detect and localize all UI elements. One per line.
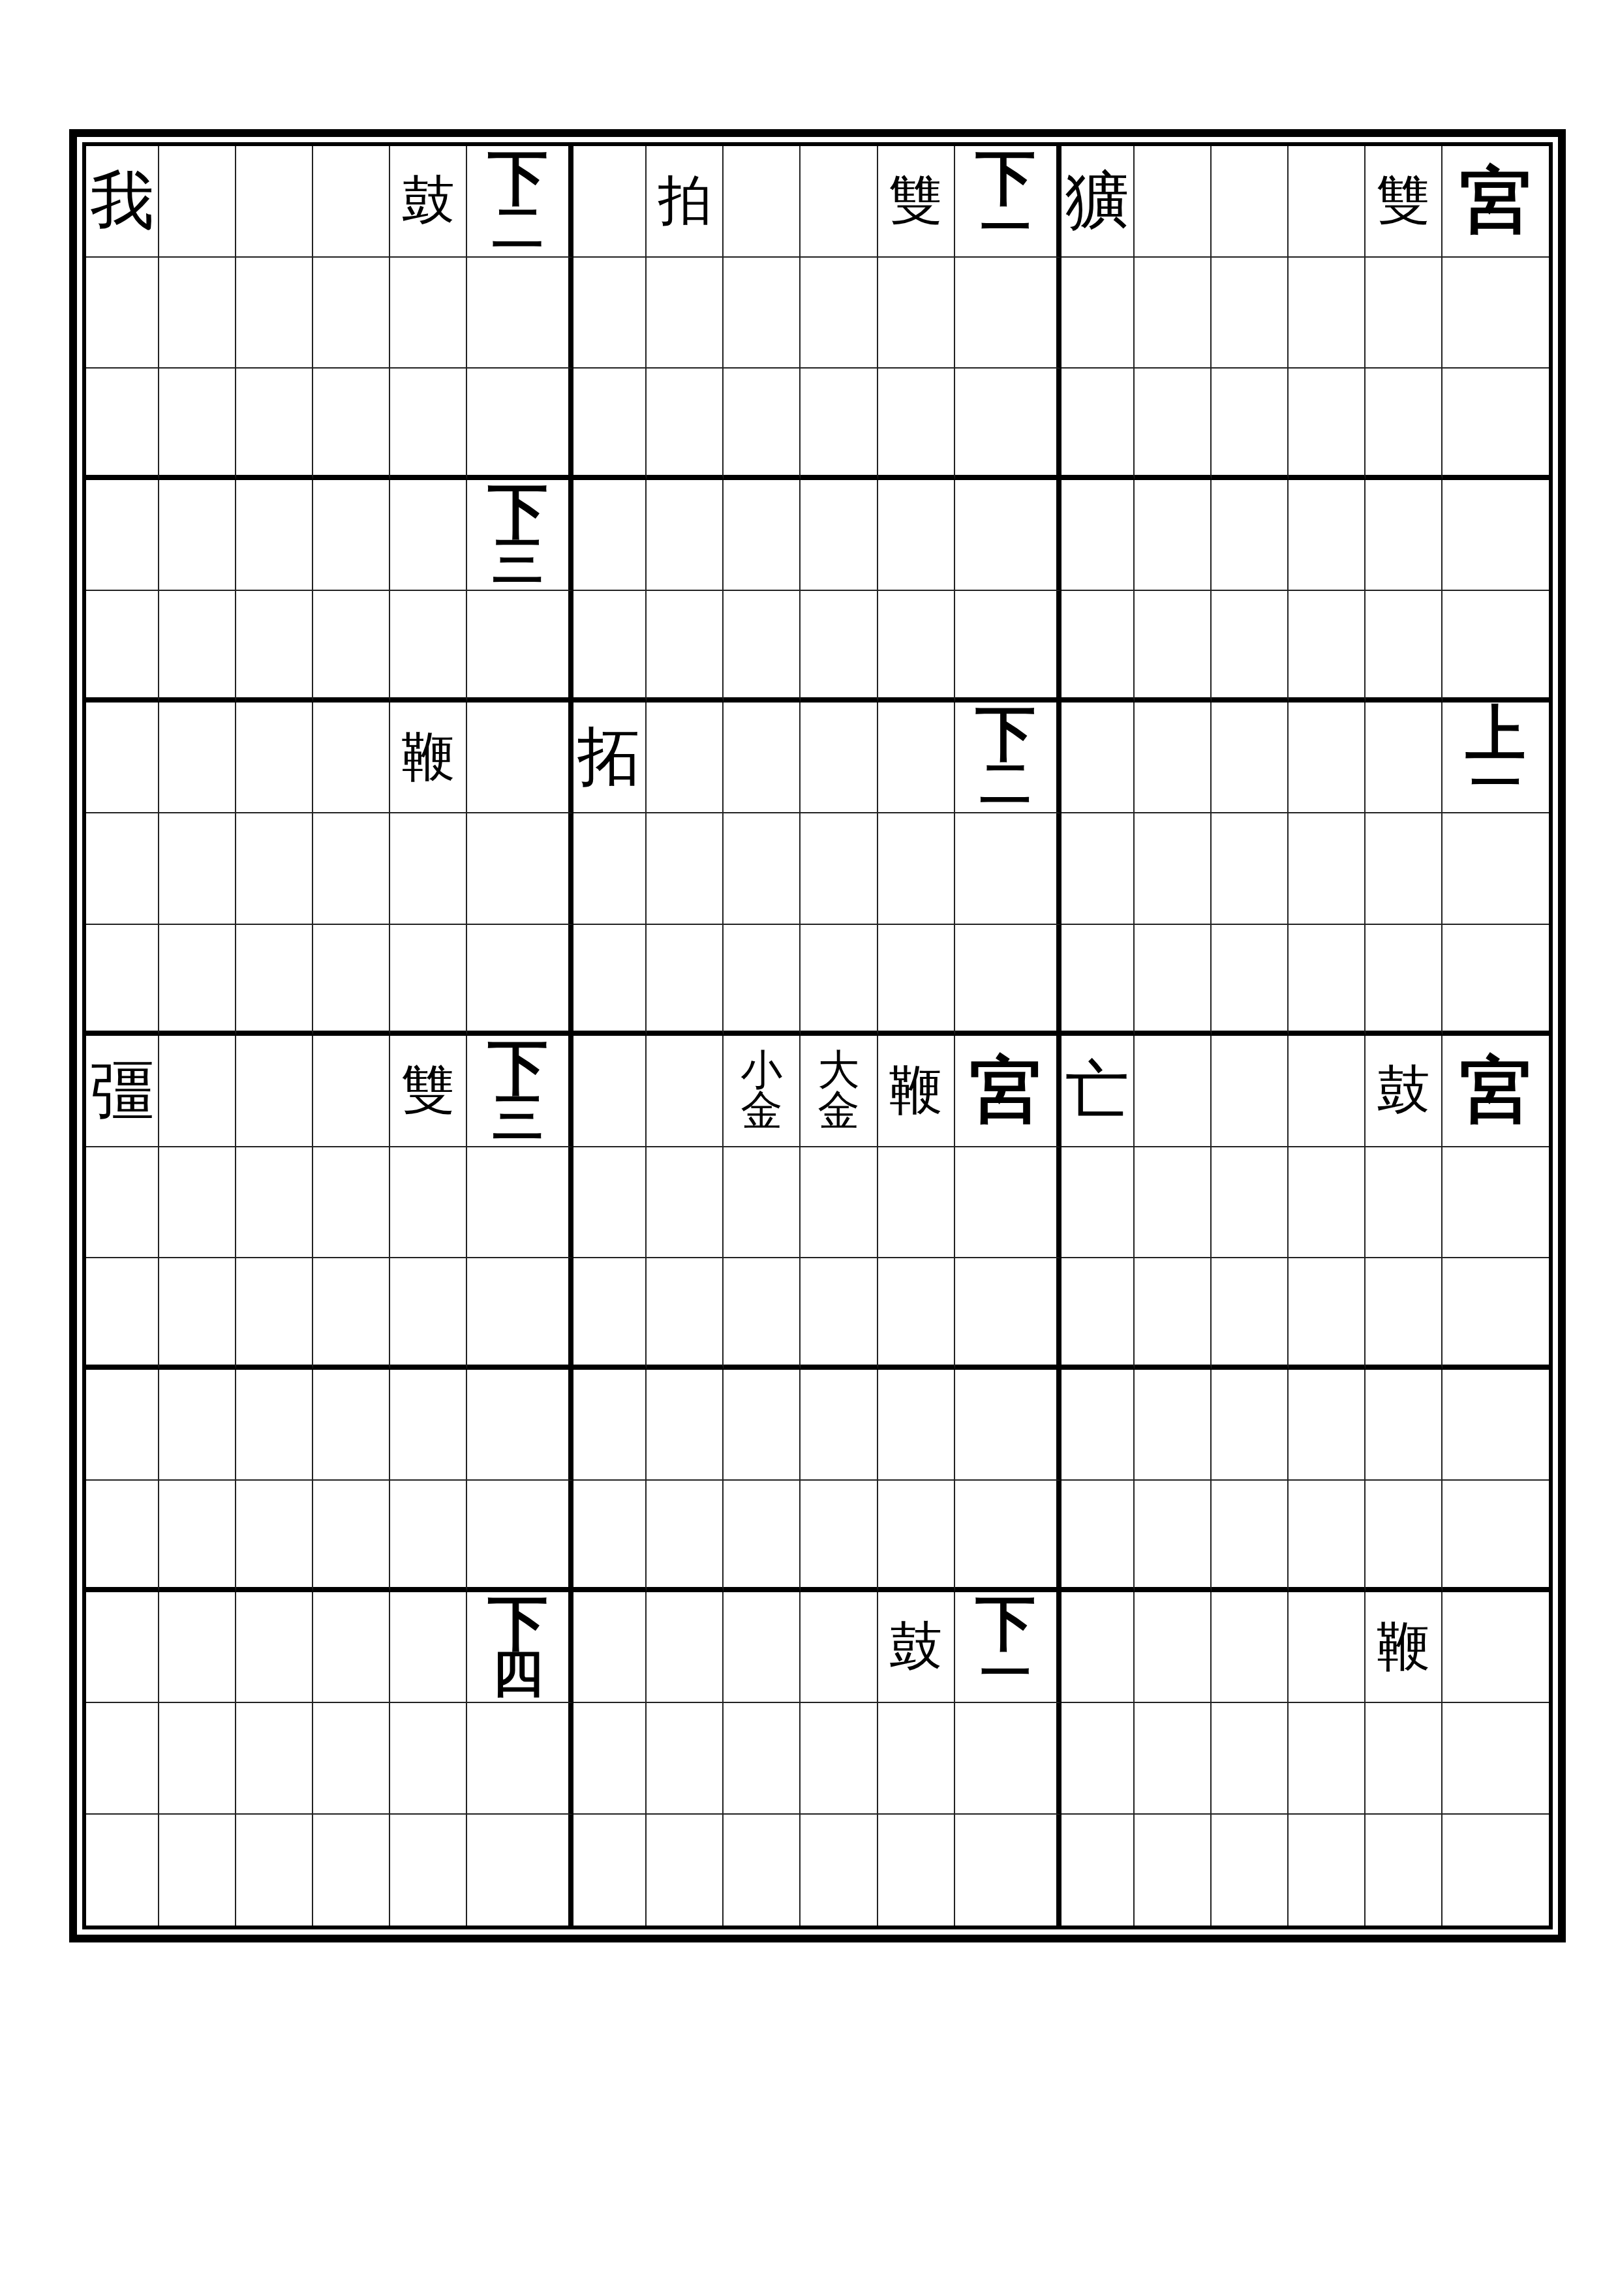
jeonggan-cell-r4c15 xyxy=(1212,480,1289,592)
jeonggan-cell-r3c9 xyxy=(724,369,801,480)
jeonggan-cell-r1c1: 我 xyxy=(86,146,159,258)
jeonggan-cell-r9c17: 鼓 xyxy=(1366,1036,1442,1147)
jeonggan-cell-r15c3 xyxy=(236,1703,313,1815)
pitch-glyph: 四 xyxy=(493,1651,543,1697)
jeonggan-cell-r1c5: 鼓 xyxy=(390,146,467,258)
jeonggan-cell-r3c1 xyxy=(86,369,159,480)
jeonggan-cell-r6c11 xyxy=(878,702,955,814)
jeonggan-cell-r9c1: 彊 xyxy=(86,1036,159,1147)
jeonggan-cell-r16c10 xyxy=(801,1815,878,1926)
perc-glyph: 鞭 xyxy=(1377,1622,1430,1672)
perc-glyph: 金 xyxy=(740,1091,782,1132)
jeonggan-cell-r1c10 xyxy=(801,146,878,258)
jeonggan-cell-r3c18 xyxy=(1442,369,1549,480)
jeonggan-cell-r4c10 xyxy=(801,480,878,592)
pitch-glyph: 宮 xyxy=(1459,1057,1531,1125)
jeonggan-cell-r6c1 xyxy=(86,702,159,814)
jeonggan-cell-r2c12 xyxy=(955,258,1061,369)
jeonggan-cell-r16c5 xyxy=(390,1815,467,1926)
jeonggan-cell-r12c2 xyxy=(159,1370,236,1481)
jeonggan-cell-r10c6 xyxy=(467,1147,573,1259)
jeonggan-cell-r2c3 xyxy=(236,258,313,369)
jeonggan-cell-r14c15 xyxy=(1212,1592,1289,1704)
jeonggan-cell-r15c12 xyxy=(955,1703,1061,1815)
jeonggan-cell-r6c10 xyxy=(801,702,878,814)
jeonggan-cell-r1c15 xyxy=(1212,146,1289,258)
jeonggan-cell-r11c9 xyxy=(724,1258,801,1370)
lyric-glyph: 亡 xyxy=(1065,1061,1129,1121)
jeonggan-cell-r3c15 xyxy=(1212,369,1289,480)
jeonggan-cell-r12c13 xyxy=(1061,1370,1135,1481)
jeonggan-cell-r5c4 xyxy=(313,591,390,702)
jeonggan-cell-r1c14 xyxy=(1135,146,1212,258)
jeonggan-cell-r1c6: 下二 xyxy=(467,146,573,258)
jeonggan-cell-r15c9 xyxy=(724,1703,801,1815)
perc-glyph: 拍 xyxy=(658,175,711,226)
jeonggan-cell-r4c6: 下三 xyxy=(467,480,573,592)
perc-glyph: 金 xyxy=(818,1091,860,1132)
jeonggan-cell-r15c2 xyxy=(159,1703,236,1815)
jeonggan-cell-r11c1 xyxy=(86,1258,159,1370)
jeonggan-cell-r5c5 xyxy=(390,591,467,702)
jeonggan-cell-r13c1 xyxy=(86,1481,159,1592)
jeonggan-cell-r4c16 xyxy=(1289,480,1366,592)
jeonggan-cell-r15c10 xyxy=(801,1703,878,1815)
jeonggan-cell-r13c18 xyxy=(1442,1481,1549,1592)
perc-glyph: 雙 xyxy=(401,1065,455,1116)
jeonggan-cell-r13c11 xyxy=(878,1481,955,1592)
jeongganbo-board-inner-frame: 我鼓下二拍雙下一獷雙宮下三鞭拓下二上一彊雙下三小金大金鞭宮亡鼓宮下四鼓下一鞭 xyxy=(82,142,1553,1929)
perc-glyph: 鼓 xyxy=(889,1622,943,1672)
jeonggan-cell-r11c11 xyxy=(878,1258,955,1370)
jeonggan-cell-r9c18: 宮 xyxy=(1442,1036,1549,1147)
jeonggan-cell-r4c2 xyxy=(159,480,236,592)
jeonggan-cell-r3c4 xyxy=(313,369,390,480)
jeonggan-cell-r9c4 xyxy=(313,1036,390,1147)
jeonggan-cell-r6c16 xyxy=(1289,702,1366,814)
jeonggan-cell-r12c10 xyxy=(801,1370,878,1481)
jeonggan-cell-r7c4 xyxy=(313,813,390,925)
jeonggan-cell-r4c17 xyxy=(1366,480,1442,592)
jeonggan-cell-r16c18 xyxy=(1442,1815,1549,1926)
jeonggan-cell-r14c13 xyxy=(1061,1592,1135,1704)
perc-glyph: 雙 xyxy=(1377,175,1430,226)
jeonggan-cell-r11c8 xyxy=(647,1258,724,1370)
jeonggan-cell-r6c8 xyxy=(647,702,724,814)
jeonggan-cell-r2c14 xyxy=(1135,258,1212,369)
jeonggan-cell-r12c15 xyxy=(1212,1370,1289,1481)
jeonggan-cell-r9c11: 鞭 xyxy=(878,1036,955,1147)
jeonggan-cell-r6c2 xyxy=(159,702,236,814)
jeonggan-cell-r15c6 xyxy=(467,1703,573,1815)
jeonggan-cell-r10c17 xyxy=(1366,1147,1442,1259)
jeonggan-cell-r7c14 xyxy=(1135,813,1212,925)
jeonggan-cell-r4c1 xyxy=(86,480,159,592)
jeonggan-cell-r8c3 xyxy=(236,925,313,1036)
jeonggan-cell-r7c7 xyxy=(573,813,647,925)
perc-glyph: 大 xyxy=(818,1050,860,1091)
jeonggan-cell-r4c18 xyxy=(1442,480,1549,592)
jeonggan-cell-r12c17 xyxy=(1366,1370,1442,1481)
jeonggan-cell-r15c15 xyxy=(1212,1703,1289,1815)
pitch-glyph: 下 xyxy=(975,151,1035,205)
pitch-glyph: 宮 xyxy=(1459,167,1531,235)
jeonggan-cell-r7c1 xyxy=(86,813,159,925)
jeonggan-cell-r10c15 xyxy=(1212,1147,1289,1259)
jeonggan-cell-r3c2 xyxy=(159,369,236,480)
pitch-glyph: 二 xyxy=(980,761,1031,807)
jeonggan-cell-r1c18: 宮 xyxy=(1442,146,1549,258)
jeonggan-cell-r8c13 xyxy=(1061,925,1135,1036)
jeonggan-cell-r15c16 xyxy=(1289,1703,1366,1815)
pitch-glyph: 上 xyxy=(1465,707,1525,761)
jeonggan-cell-r5c17 xyxy=(1366,591,1442,702)
jeonggan-cell-r4c7 xyxy=(573,480,647,592)
jeonggan-cell-r10c14 xyxy=(1135,1147,1212,1259)
jeonggan-cell-r8c1 xyxy=(86,925,159,1036)
jeongganbo-board-frame: 我鼓下二拍雙下一獷雙宮下三鞭拓下二上一彊雙下三小金大金鞭宮亡鼓宮下四鼓下一鞭 xyxy=(69,129,1566,1942)
jeonggan-cell-r13c6 xyxy=(467,1481,573,1592)
jeonggan-cell-r2c13 xyxy=(1061,258,1135,369)
jeonggan-cell-r10c2 xyxy=(159,1147,236,1259)
jeonggan-cell-r4c9 xyxy=(724,480,801,592)
jeonggan-cell-r9c12: 宮 xyxy=(955,1036,1061,1147)
jeonggan-cell-r2c17 xyxy=(1366,258,1442,369)
jeonggan-cell-r3c16 xyxy=(1289,369,1366,480)
jeonggan-cell-r6c5: 鞭 xyxy=(390,702,467,814)
jeonggan-cell-r14c3 xyxy=(236,1592,313,1704)
jeonggan-cell-r7c15 xyxy=(1212,813,1289,925)
jeonggan-cell-r5c16 xyxy=(1289,591,1366,702)
perc-glyph: 小 xyxy=(740,1050,782,1091)
jeonggan-cell-r6c7: 拓 xyxy=(573,702,647,814)
jeonggan-cell-r14c7 xyxy=(573,1592,647,1704)
jeonggan-cell-r7c16 xyxy=(1289,813,1366,925)
jeonggan-cell-r1c16 xyxy=(1289,146,1366,258)
jeonggan-cell-r14c6: 下四 xyxy=(467,1592,573,1704)
jeonggan-cell-r11c14 xyxy=(1135,1258,1212,1370)
jeonggan-cell-r14c16 xyxy=(1289,1592,1366,1704)
jeonggan-cell-r10c13 xyxy=(1061,1147,1135,1259)
jeonggan-cell-r11c13 xyxy=(1061,1258,1135,1370)
jeonggan-cell-r14c9 xyxy=(724,1592,801,1704)
jeonggan-cell-r9c2 xyxy=(159,1036,236,1147)
pitch-glyph: 下 xyxy=(975,1597,1035,1651)
jeonggan-cell-r16c8 xyxy=(647,1815,724,1926)
jeonggan-cell-r13c10 xyxy=(801,1481,878,1592)
jeonggan-cell-r14c5 xyxy=(390,1592,467,1704)
jeonggan-cell-r7c11 xyxy=(878,813,955,925)
jeonggan-cell-r6c4 xyxy=(313,702,390,814)
jeonggan-cell-r10c10 xyxy=(801,1147,878,1259)
jeonggan-cell-r6c18: 上一 xyxy=(1442,702,1549,814)
jeonggan-cell-r8c9 xyxy=(724,925,801,1036)
jeonggan-cell-r6c9 xyxy=(724,702,801,814)
pitch-glyph: 宮 xyxy=(969,1057,1041,1125)
jeonggan-cell-r5c11 xyxy=(878,591,955,702)
jeonggan-cell-r13c9 xyxy=(724,1481,801,1592)
jeonggan-cell-r14c11: 鼓 xyxy=(878,1592,955,1704)
jeonggan-cell-r5c9 xyxy=(724,591,801,702)
jeonggan-cell-r1c12: 下一 xyxy=(955,146,1061,258)
jeonggan-cell-r4c4 xyxy=(313,480,390,592)
jeonggan-cell-r5c10 xyxy=(801,591,878,702)
jeonggan-cell-r13c2 xyxy=(159,1481,236,1592)
jeonggan-cell-r3c5 xyxy=(390,369,467,480)
jeonggan-cell-r3c7 xyxy=(573,369,647,480)
jeonggan-cell-r14c12: 下一 xyxy=(955,1592,1061,1704)
jeonggan-cell-r9c15 xyxy=(1212,1036,1289,1147)
lyric-glyph: 拓 xyxy=(577,727,641,787)
jeonggan-cell-r14c2 xyxy=(159,1592,236,1704)
jeonggan-cell-r3c3 xyxy=(236,369,313,480)
jeonggan-cell-r2c1 xyxy=(86,258,159,369)
jeonggan-cell-r10c12 xyxy=(955,1147,1061,1259)
jeonggan-cell-r8c15 xyxy=(1212,925,1289,1036)
jeonggan-cell-r10c7 xyxy=(573,1147,647,1259)
pitch-glyph: 一 xyxy=(980,1651,1031,1697)
jeonggan-cell-r10c18 xyxy=(1442,1147,1549,1259)
jeonggan-cell-r2c9 xyxy=(724,258,801,369)
pitch-glyph: 下 xyxy=(488,485,548,539)
jeonggan-cell-r8c6 xyxy=(467,925,573,1036)
jeonggan-cell-r15c8 xyxy=(647,1703,724,1815)
jeonggan-cell-r16c15 xyxy=(1212,1815,1289,1926)
jeonggan-cell-r6c14 xyxy=(1135,702,1212,814)
score-sheet: 我鼓下二拍雙下一獷雙宮下三鞭拓下二上一彊雙下三小金大金鞭宮亡鼓宮下四鼓下一鞭 xyxy=(0,0,1618,2296)
jeonggan-cell-r11c5 xyxy=(390,1258,467,1370)
jeonggan-cell-r16c6 xyxy=(467,1815,573,1926)
jeonggan-cell-r13c14 xyxy=(1135,1481,1212,1592)
jeonggan-cell-r3c12 xyxy=(955,369,1061,480)
jeonggan-cell-r1c11: 雙 xyxy=(878,146,955,258)
jeonggan-cell-r13c3 xyxy=(236,1481,313,1592)
jeonggan-cell-r16c9 xyxy=(724,1815,801,1926)
jeonggan-cell-r9c10: 大金 xyxy=(801,1036,878,1147)
jeonggan-cell-r2c6 xyxy=(467,258,573,369)
jeonggan-cell-r4c5 xyxy=(390,480,467,592)
perc-glyph: 鼓 xyxy=(1377,1065,1430,1116)
jeonggan-cell-r9c9: 小金 xyxy=(724,1036,801,1147)
jeonggan-cell-r15c4 xyxy=(313,1703,390,1815)
jeonggan-cell-r3c10 xyxy=(801,369,878,480)
jeonggan-cell-r11c4 xyxy=(313,1258,390,1370)
jeonggan-cell-r3c8 xyxy=(647,369,724,480)
jeonggan-cell-r14c1 xyxy=(86,1592,159,1704)
jeonggan-cell-r11c7 xyxy=(573,1258,647,1370)
jeonggan-cell-r2c4 xyxy=(313,258,390,369)
jeonggan-cell-r7c3 xyxy=(236,813,313,925)
jeonggan-cell-r11c16 xyxy=(1289,1258,1366,1370)
jeonggan-cell-r9c7 xyxy=(573,1036,647,1147)
jeonggan-cell-r13c7 xyxy=(573,1481,647,1592)
jeonggan-cell-r5c18 xyxy=(1442,591,1549,702)
jeonggan-cell-r4c8 xyxy=(647,480,724,592)
jeonggan-cell-r7c17 xyxy=(1366,813,1442,925)
jeonggan-cell-r7c13 xyxy=(1061,813,1135,925)
jeonggan-cell-r12c12 xyxy=(955,1370,1061,1481)
jeonggan-cell-r12c9 xyxy=(724,1370,801,1481)
pitch-glyph: 一 xyxy=(1470,761,1521,807)
jeonggan-cell-r15c13 xyxy=(1061,1703,1135,1815)
jeonggan-cell-r7c18 xyxy=(1442,813,1549,925)
jeonggan-cell-r9c8 xyxy=(647,1036,724,1147)
jeonggan-cell-r11c3 xyxy=(236,1258,313,1370)
jeonggan-cell-r6c3 xyxy=(236,702,313,814)
jeonggan-cell-r11c12 xyxy=(955,1258,1061,1370)
jeonggan-cell-r15c5 xyxy=(390,1703,467,1815)
jeonggan-cell-r9c6: 下三 xyxy=(467,1036,573,1147)
jeonggan-cell-r10c16 xyxy=(1289,1147,1366,1259)
jeonggan-cell-r5c3 xyxy=(236,591,313,702)
jeonggan-cell-r6c12: 下二 xyxy=(955,702,1061,814)
lyric-glyph: 我 xyxy=(90,171,154,232)
jeonggan-cell-r13c13 xyxy=(1061,1481,1135,1592)
jeonggan-cell-r8c2 xyxy=(159,925,236,1036)
jeonggan-cell-r6c13 xyxy=(1061,702,1135,814)
jeonggan-cell-r2c10 xyxy=(801,258,878,369)
jeonggan-cell-r14c17: 鞭 xyxy=(1366,1592,1442,1704)
jeonggan-cell-r4c3 xyxy=(236,480,313,592)
jeonggan-cell-r8c17 xyxy=(1366,925,1442,1036)
jeonggan-cell-r6c17 xyxy=(1366,702,1442,814)
jeonggan-cell-r2c11 xyxy=(878,258,955,369)
jeonggan-cell-r16c7 xyxy=(573,1815,647,1926)
jeonggan-cell-r2c15 xyxy=(1212,258,1289,369)
perc-glyph: 鞭 xyxy=(889,1065,943,1116)
jeonggan-cell-r8c4 xyxy=(313,925,390,1036)
jeonggan-cell-r2c5 xyxy=(390,258,467,369)
jeonggan-cell-r8c12 xyxy=(955,925,1061,1036)
jeonggan-cell-r8c18 xyxy=(1442,925,1549,1036)
jeonggan-cell-r6c15 xyxy=(1212,702,1289,814)
pitch-glyph: 下 xyxy=(488,1597,548,1651)
jeonggan-cell-r9c16 xyxy=(1289,1036,1366,1147)
jeonggan-cell-r7c2 xyxy=(159,813,236,925)
jeonggan-cell-r1c17: 雙 xyxy=(1366,146,1442,258)
perc-glyph: 鞭 xyxy=(401,732,455,783)
jeonggan-cell-r8c10 xyxy=(801,925,878,1036)
jeonggan-cell-r15c17 xyxy=(1366,1703,1442,1815)
jeonggan-cell-r3c6 xyxy=(467,369,573,480)
jeonggan-cell-r11c10 xyxy=(801,1258,878,1370)
jeonggan-cell-r13c15 xyxy=(1212,1481,1289,1592)
jeonggan-cell-r16c2 xyxy=(159,1815,236,1926)
jeonggan-cell-r11c18 xyxy=(1442,1258,1549,1370)
jeonggan-cell-r14c14 xyxy=(1135,1592,1212,1704)
jeonggan-cell-r5c14 xyxy=(1135,591,1212,702)
jeonggan-cell-r12c11 xyxy=(878,1370,955,1481)
jeonggan-cell-r16c11 xyxy=(878,1815,955,1926)
jeonggan-cell-r6c6 xyxy=(467,702,573,814)
pitch-glyph: 下 xyxy=(975,707,1035,761)
jeonggan-cell-r1c7 xyxy=(573,146,647,258)
jeonggan-cell-r5c12 xyxy=(955,591,1061,702)
jeonggan-cell-r5c7 xyxy=(573,591,647,702)
jeonggan-cell-r7c8 xyxy=(647,813,724,925)
jeonggan-cell-r12c6 xyxy=(467,1370,573,1481)
jeonggan-cell-r12c7 xyxy=(573,1370,647,1481)
jeonggan-cell-r13c16 xyxy=(1289,1481,1366,1592)
jeonggan-cell-r16c12 xyxy=(955,1815,1061,1926)
jeonggan-cell-r7c5 xyxy=(390,813,467,925)
jeonggan-cell-r7c10 xyxy=(801,813,878,925)
jeonggan-cell-r11c17 xyxy=(1366,1258,1442,1370)
jeonggan-cell-r2c16 xyxy=(1289,258,1366,369)
jeonggan-cell-r15c1 xyxy=(86,1703,159,1815)
jeonggan-cell-r10c11 xyxy=(878,1147,955,1259)
jeonggan-cell-r1c8: 拍 xyxy=(647,146,724,258)
pitch-glyph: 一 xyxy=(980,205,1031,251)
jeonggan-cell-r5c13 xyxy=(1061,591,1135,702)
jeonggan-cell-r3c13 xyxy=(1061,369,1135,480)
jeonggan-cell-r10c9 xyxy=(724,1147,801,1259)
pitch-glyph: 三 xyxy=(493,1095,543,1141)
jeonggan-cell-r16c16 xyxy=(1289,1815,1366,1926)
jeonggan-cell-r5c8 xyxy=(647,591,724,702)
jeonggan-cell-r11c6 xyxy=(467,1258,573,1370)
jeonggan-cell-r1c13: 獷 xyxy=(1061,146,1135,258)
jeonggan-cell-r9c5: 雙 xyxy=(390,1036,467,1147)
jeonggan-cell-r13c4 xyxy=(313,1481,390,1592)
jeonggan-cell-r2c8 xyxy=(647,258,724,369)
jeonggan-cell-r8c16 xyxy=(1289,925,1366,1036)
perc-glyph: 鼓 xyxy=(401,175,455,226)
jeonggan-cell-r1c4 xyxy=(313,146,390,258)
jeonggan-cell-r16c1 xyxy=(86,1815,159,1926)
jeonggan-cell-r15c7 xyxy=(573,1703,647,1815)
jeonggan-cell-r3c17 xyxy=(1366,369,1442,480)
jeonggan-cell-r4c11 xyxy=(878,480,955,592)
jeonggan-cell-r14c18 xyxy=(1442,1592,1549,1704)
pitch-glyph: 下 xyxy=(488,1041,548,1095)
jeonggan-cell-r16c17 xyxy=(1366,1815,1442,1926)
jeonggan-cell-r10c5 xyxy=(390,1147,467,1259)
jeonggan-cell-r11c15 xyxy=(1212,1258,1289,1370)
jeonggan-cell-r7c12 xyxy=(955,813,1061,925)
jeonggan-cell-r12c4 xyxy=(313,1370,390,1481)
jeonggan-cell-r16c14 xyxy=(1135,1815,1212,1926)
jeonggan-cell-r10c8 xyxy=(647,1147,724,1259)
jeongganbo-grid: 我鼓下二拍雙下一獷雙宮下三鞭拓下二上一彊雙下三小金大金鞭宮亡鼓宮下四鼓下一鞭 xyxy=(86,146,1549,1926)
jeonggan-cell-r2c18 xyxy=(1442,258,1549,369)
jeonggan-cell-r16c13 xyxy=(1061,1815,1135,1926)
jeonggan-cell-r16c4 xyxy=(313,1815,390,1926)
jeonggan-cell-r2c2 xyxy=(159,258,236,369)
jeonggan-cell-r8c14 xyxy=(1135,925,1212,1036)
jeonggan-cell-r3c11 xyxy=(878,369,955,480)
pitch-glyph: 下 xyxy=(488,151,548,205)
jeonggan-cell-r12c16 xyxy=(1289,1370,1366,1481)
jeonggan-cell-r4c13 xyxy=(1061,480,1135,592)
jeonggan-cell-r12c5 xyxy=(390,1370,467,1481)
jeonggan-cell-r9c14 xyxy=(1135,1036,1212,1147)
pitch-glyph: 三 xyxy=(493,539,543,584)
jeonggan-cell-r9c13: 亡 xyxy=(1061,1036,1135,1147)
pitch-glyph: 二 xyxy=(493,205,543,251)
jeonggan-cell-r8c5 xyxy=(390,925,467,1036)
jeonggan-cell-r13c5 xyxy=(390,1481,467,1592)
jeonggan-cell-r16c3 xyxy=(236,1815,313,1926)
jeonggan-cell-r12c18 xyxy=(1442,1370,1549,1481)
jeonggan-cell-r14c4 xyxy=(313,1592,390,1704)
jeonggan-cell-r8c11 xyxy=(878,925,955,1036)
jeonggan-cell-r5c1 xyxy=(86,591,159,702)
jeonggan-cell-r15c18 xyxy=(1442,1703,1549,1815)
jeonggan-cell-r13c12 xyxy=(955,1481,1061,1592)
jeonggan-cell-r1c2 xyxy=(159,146,236,258)
jeonggan-cell-r8c7 xyxy=(573,925,647,1036)
